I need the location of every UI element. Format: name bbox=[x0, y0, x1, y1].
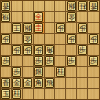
square-1d[interactable]: 歩 bbox=[88, 34, 99, 45]
square-8i[interactable]: 桂 bbox=[12, 89, 23, 99]
square-9b[interactable]: 飛 bbox=[1, 12, 12, 23]
square-4f[interactable] bbox=[55, 56, 66, 67]
piece-歩-gote: 歩 bbox=[56, 23, 65, 33]
piece-金-sente: 金 bbox=[23, 78, 32, 88]
square-2d[interactable] bbox=[77, 34, 88, 45]
piece-王-gote: 王 bbox=[12, 23, 21, 33]
square-6d[interactable] bbox=[34, 34, 45, 45]
piece-玉-sente: 玉 bbox=[1, 89, 10, 99]
square-3f[interactable]: 歩 bbox=[66, 56, 77, 67]
piece-歩-gote: 歩 bbox=[23, 45, 32, 55]
piece-歩-sente: 歩 bbox=[89, 56, 98, 66]
shogi-board: 香銀桂香飛全金王銀圭歩歩歩金歩歩歩歩歩角歩歩歩歩歩歩歩銀桂香金金角飛玉桂 bbox=[0, 0, 100, 100]
piece-銀-gote: 銀 bbox=[23, 23, 32, 33]
square-1i[interactable] bbox=[88, 89, 99, 99]
piece-角-sente: 角 bbox=[34, 78, 43, 88]
piece-飛-sente: 飛 bbox=[45, 78, 54, 88]
square-5c[interactable] bbox=[45, 23, 56, 34]
piece-歩-sente: 歩 bbox=[12, 67, 21, 77]
square-1h[interactable] bbox=[88, 78, 99, 89]
square-9i[interactable]: 玉 bbox=[1, 89, 12, 99]
piece-歩-sente: 歩 bbox=[67, 56, 76, 66]
square-1a[interactable]: 香 bbox=[88, 1, 99, 12]
square-5a[interactable] bbox=[45, 1, 56, 12]
square-4d[interactable] bbox=[55, 34, 66, 45]
square-9g[interactable] bbox=[1, 67, 12, 78]
square-9c[interactable] bbox=[1, 23, 12, 34]
piece-歩-gote: 歩 bbox=[67, 34, 76, 44]
piece-香-sente: 香 bbox=[1, 78, 10, 88]
square-2f[interactable] bbox=[77, 56, 88, 67]
square-5g[interactable] bbox=[45, 67, 56, 78]
piece-圭-sente: 圭 bbox=[34, 23, 43, 33]
square-5b[interactable] bbox=[45, 12, 56, 23]
square-9h[interactable]: 香 bbox=[1, 78, 12, 89]
square-2h[interactable] bbox=[77, 78, 88, 89]
square-7b[interactable] bbox=[23, 12, 34, 23]
square-7h[interactable]: 金 bbox=[23, 78, 34, 89]
piece-歩-gote: 歩 bbox=[12, 45, 21, 55]
piece-金-gote: 金 bbox=[67, 12, 76, 22]
square-9d[interactable]: 歩 bbox=[1, 34, 12, 45]
square-3d[interactable]: 歩 bbox=[66, 34, 77, 45]
square-4h[interactable] bbox=[55, 78, 66, 89]
square-1b[interactable] bbox=[88, 12, 99, 23]
square-8h[interactable]: 金 bbox=[12, 78, 23, 89]
square-3h[interactable] bbox=[66, 78, 77, 89]
square-4g[interactable]: 桂 bbox=[55, 67, 66, 78]
piece-桂-sente: 桂 bbox=[56, 67, 65, 77]
square-3b[interactable]: 金 bbox=[66, 12, 77, 23]
square-6e[interactable]: 歩 bbox=[34, 45, 45, 56]
square-6i[interactable] bbox=[34, 89, 45, 99]
piece-歩-gote: 歩 bbox=[78, 23, 87, 33]
piece-飛-gote: 飛 bbox=[1, 12, 10, 22]
piece-桂-gote: 桂 bbox=[78, 1, 87, 11]
square-4a[interactable] bbox=[55, 1, 66, 12]
square-5d[interactable] bbox=[45, 34, 56, 45]
piece-金-gote: 金 bbox=[23, 34, 32, 44]
piece-歩-gote: 歩 bbox=[89, 34, 98, 44]
piece-全-sente: 全 bbox=[34, 12, 43, 22]
piece-歩-sente: 歩 bbox=[45, 56, 54, 66]
square-8a[interactable] bbox=[12, 1, 23, 12]
square-4b[interactable] bbox=[55, 12, 66, 23]
shogi-app-window: 香銀桂香飛全金王銀圭歩歩歩金歩歩歩歩歩角歩歩歩歩歩歩歩銀桂香金金角飛玉桂 bbox=[0, 0, 100, 100]
square-4i[interactable] bbox=[55, 89, 66, 99]
square-7c[interactable]: 銀 bbox=[23, 23, 34, 34]
square-1g[interactable] bbox=[88, 67, 99, 78]
square-3c[interactable] bbox=[66, 23, 77, 34]
piece-香-gote: 香 bbox=[89, 1, 98, 11]
piece-歩-sente: 歩 bbox=[1, 56, 10, 66]
square-3e[interactable] bbox=[66, 45, 77, 56]
piece-歩-sente: 歩 bbox=[34, 56, 43, 66]
square-9e[interactable] bbox=[1, 45, 12, 56]
square-5h[interactable]: 飛 bbox=[45, 78, 56, 89]
square-8f[interactable] bbox=[12, 56, 23, 67]
square-1c[interactable] bbox=[88, 23, 99, 34]
square-7i[interactable] bbox=[23, 89, 34, 99]
piece-歩-sente: 歩 bbox=[78, 45, 87, 55]
square-8b[interactable] bbox=[12, 12, 23, 23]
square-7f[interactable] bbox=[23, 56, 34, 67]
square-6h[interactable]: 角 bbox=[34, 78, 45, 89]
square-5i[interactable] bbox=[45, 89, 56, 99]
square-7e[interactable]: 歩 bbox=[23, 45, 34, 56]
piece-歩-gote: 歩 bbox=[1, 34, 10, 44]
square-4e[interactable] bbox=[55, 45, 66, 56]
piece-銀-sente: 銀 bbox=[34, 67, 43, 77]
square-8c[interactable]: 王 bbox=[12, 23, 23, 34]
square-7g[interactable] bbox=[23, 67, 34, 78]
square-8g[interactable]: 歩 bbox=[12, 67, 23, 78]
square-7a[interactable] bbox=[23, 1, 34, 12]
square-8e[interactable]: 歩 bbox=[12, 45, 23, 56]
square-4c[interactable]: 歩 bbox=[55, 23, 66, 34]
square-9a[interactable]: 香 bbox=[1, 1, 12, 12]
square-5e[interactable]: 角 bbox=[45, 45, 56, 56]
square-2g[interactable] bbox=[77, 67, 88, 78]
square-2e[interactable]: 歩 bbox=[77, 45, 88, 56]
square-2i[interactable] bbox=[77, 89, 88, 99]
square-2c[interactable]: 歩 bbox=[77, 23, 88, 34]
square-6g[interactable]: 銀 bbox=[34, 67, 45, 78]
square-8d[interactable] bbox=[12, 34, 23, 45]
piece-香-gote: 香 bbox=[1, 1, 10, 11]
square-6c[interactable]: 圭 bbox=[34, 23, 45, 34]
piece-歩-gote: 歩 bbox=[34, 45, 43, 55]
piece-桂-sente: 桂 bbox=[12, 89, 21, 99]
square-3g[interactable] bbox=[66, 67, 77, 78]
piece-金-sente: 金 bbox=[12, 78, 21, 88]
piece-銀-gote: 銀 bbox=[67, 1, 76, 11]
square-7d[interactable]: 金 bbox=[23, 34, 34, 45]
square-2a[interactable]: 桂 bbox=[77, 1, 88, 12]
piece-角-gote: 角 bbox=[45, 45, 54, 55]
square-1e[interactable] bbox=[88, 45, 99, 56]
square-6b[interactable]: 全 bbox=[34, 12, 45, 23]
square-6f[interactable]: 歩 bbox=[34, 56, 45, 67]
square-3i[interactable] bbox=[66, 89, 77, 99]
square-5f[interactable]: 歩 bbox=[45, 56, 56, 67]
square-6a[interactable] bbox=[34, 1, 45, 12]
square-9f[interactable]: 歩 bbox=[1, 56, 12, 67]
square-2b[interactable] bbox=[77, 12, 88, 23]
square-3a[interactable]: 銀 bbox=[66, 1, 77, 12]
square-1f[interactable]: 歩 bbox=[88, 56, 99, 67]
